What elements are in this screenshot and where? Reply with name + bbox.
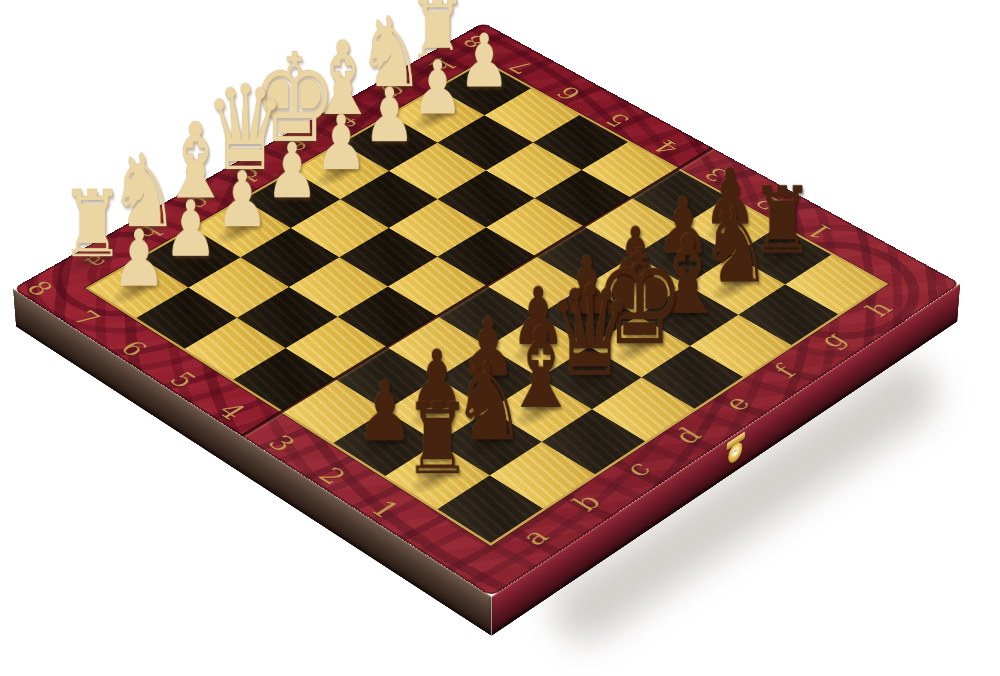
photo-stage: aabbccddeeffgghh1122334455667788 ♜♞♝♛♚♝♞… (0, 0, 1000, 676)
rook-glyph: ♜ (361, 390, 513, 488)
board: aabbccddeeffgghh1122334455667788 ♜♞♝♛♚♝♞… (13, 23, 960, 597)
brass-clasp[interactable] (726, 431, 745, 472)
scene: aabbccddeeffgghh1122334455667788 ♜♞♝♛♚♝♞… (0, 0, 1000, 676)
pawn-glyph: ♟ (67, 220, 211, 298)
